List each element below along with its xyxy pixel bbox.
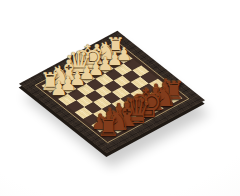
chess-board (19, 31, 205, 154)
border-inlay-line (35, 41, 190, 143)
playing-field (42, 46, 183, 139)
chess-set-photo: ♜♞♝♛♚♝♞♜♟♟♟♟♟♟♟♟♟♟♟♟♟♟♟♟♜♞♝♛♚♝♞♜ (0, 0, 240, 196)
